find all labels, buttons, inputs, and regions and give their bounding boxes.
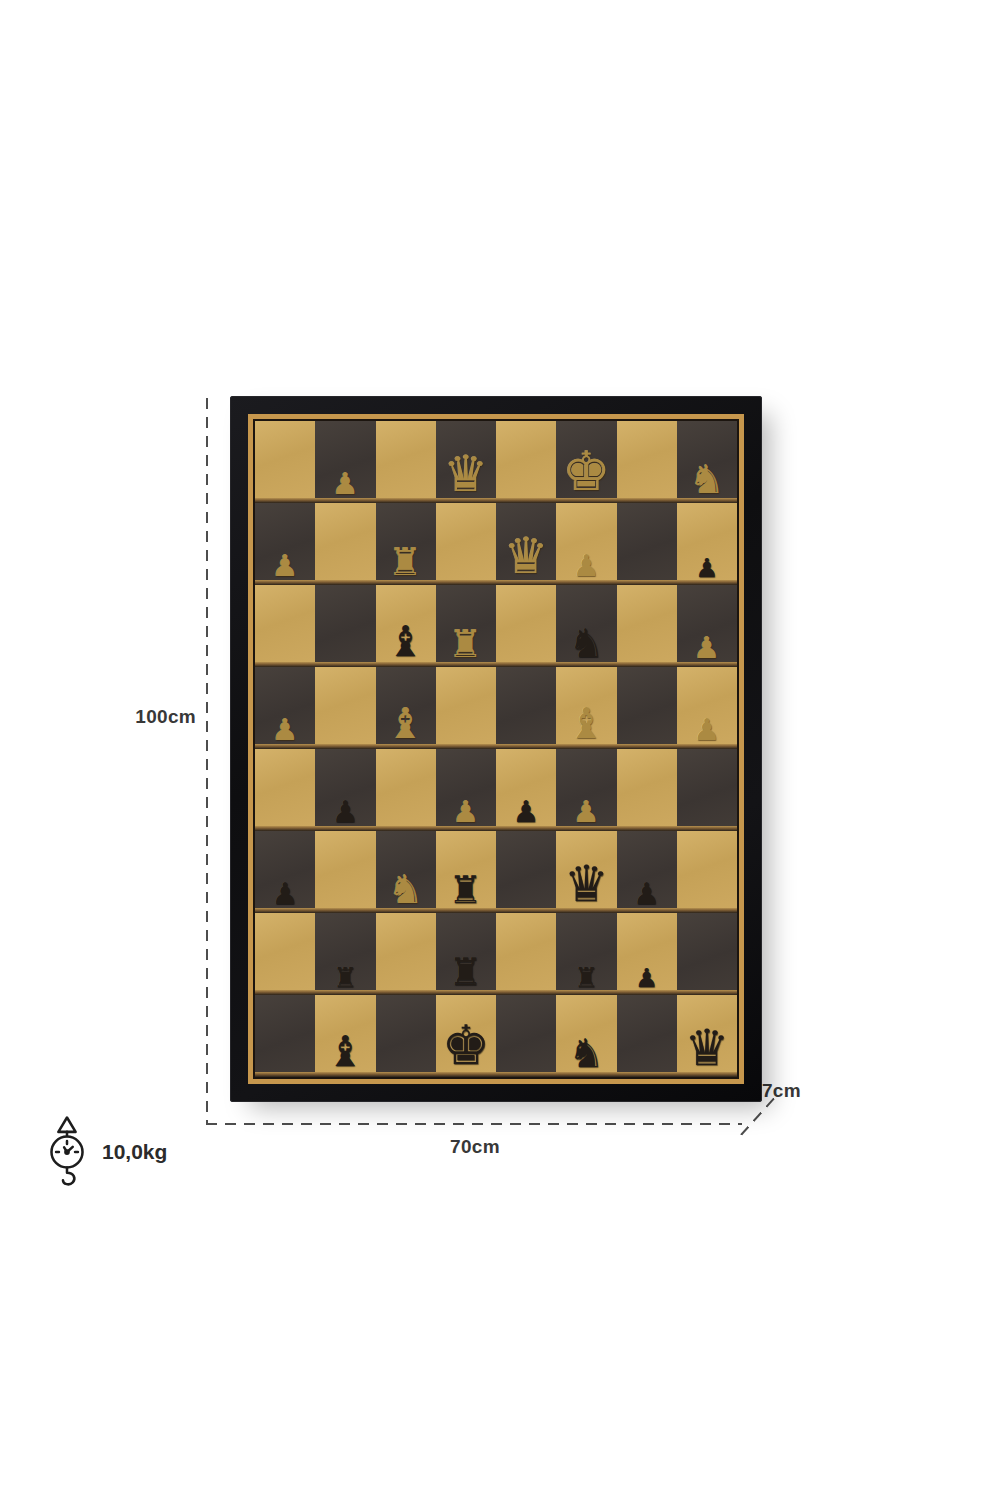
square-r4c6: ♝ [556, 667, 616, 749]
square-r8c3 [376, 995, 436, 1077]
square-r7c4: ♜ [436, 913, 496, 995]
black-rook: ♜ [574, 964, 598, 991]
gold-bishop: ♝ [387, 703, 425, 745]
square-r3c1 [255, 585, 315, 667]
gold-bishop: ♝ [568, 703, 606, 745]
square-r3c3: ♝ [376, 585, 436, 667]
black-bishop: ♝ [387, 621, 425, 663]
square-r6c2 [315, 831, 375, 913]
square-r1c1 [255, 421, 315, 503]
square-r4c7 [617, 667, 677, 749]
square-r1c5 [496, 421, 556, 503]
square-r5c6: ♟ [556, 749, 616, 831]
gold-pawn: ♟ [693, 633, 720, 663]
square-r8c6: ♞ [556, 995, 616, 1077]
gold-pawn: ♟ [332, 469, 359, 499]
black-pawn: ♟ [272, 879, 299, 909]
black-knight: ♞ [568, 623, 604, 663]
square-r5c8 [677, 749, 737, 831]
square-r1c6: ♚ [556, 421, 616, 503]
square-r4c4 [436, 667, 496, 749]
black-pawn: ♟ [695, 555, 718, 581]
square-r2c4 [436, 503, 496, 585]
square-r5c5: ♟ [496, 749, 556, 831]
square-r6c4: ♜ [436, 831, 496, 913]
black-queen: ♛ [564, 859, 609, 909]
gold-pawn: ♟ [573, 551, 600, 581]
square-r1c4: ♛ [436, 421, 496, 503]
black-rook: ♜ [449, 953, 483, 991]
square-r5c4: ♟ [436, 749, 496, 831]
square-r8c1 [255, 995, 315, 1077]
gold-queen: ♛ [504, 531, 549, 581]
square-r8c7 [617, 995, 677, 1077]
chess-board: ♟♛♚♞♟♜♛♟♟♝♜♞♟♟♝♝♟♟♟♟♟♟♞♜♛♟♜♜♜♟♝♚♞♛ [255, 421, 737, 1077]
square-r1c7 [617, 421, 677, 503]
black-bishop: ♝ [327, 1031, 365, 1073]
black-rook: ♜ [333, 964, 357, 991]
weight-label: 10,0kg [102, 1140, 167, 1164]
square-r7c7: ♟ [617, 913, 677, 995]
square-r3c4: ♜ [436, 585, 496, 667]
black-knight: ♞ [568, 1033, 604, 1073]
square-r6c3: ♞ [376, 831, 436, 913]
gold-pawn: ♟ [272, 551, 299, 581]
depth-label: 7cm [762, 1080, 832, 1102]
chess-board-gold-trim: ♟♛♚♞♟♜♛♟♟♝♜♞♟♟♝♝♟♟♟♟♟♟♞♜♛♟♜♜♜♟♝♚♞♛ [248, 414, 744, 1084]
square-r3c6: ♞ [556, 585, 616, 667]
square-r8c8: ♛ [677, 995, 737, 1077]
gold-pawn: ♟ [272, 715, 299, 745]
square-r3c5 [496, 585, 556, 667]
chess-board-frame: ♟♛♚♞♟♜♛♟♟♝♜♞♟♟♝♝♟♟♟♟♟♟♞♜♛♟♜♜♜♟♝♚♞♛ [230, 396, 762, 1102]
weight-spec: 10,0kg [44, 1114, 167, 1190]
square-r5c3 [376, 749, 436, 831]
square-r3c8: ♟ [677, 585, 737, 667]
height-label: 100cm [96, 706, 196, 728]
black-king: ♚ [442, 1019, 490, 1073]
square-r1c2: ♟ [315, 421, 375, 503]
square-r7c1 [255, 913, 315, 995]
width-label: 70cm [397, 1136, 553, 1158]
square-r8c2: ♝ [315, 995, 375, 1077]
gold-rook: ♜ [389, 543, 423, 581]
square-r4c8: ♟ [677, 667, 737, 749]
hanging-scale-icon [44, 1114, 90, 1190]
square-r2c1: ♟ [255, 503, 315, 585]
square-r5c7 [617, 749, 677, 831]
black-pawn: ♟ [332, 797, 359, 827]
gold-pawn: ♟ [573, 797, 600, 827]
square-r8c4: ♚ [436, 995, 496, 1077]
square-r4c1: ♟ [255, 667, 315, 749]
square-r7c2: ♜ [315, 913, 375, 995]
square-r7c6: ♜ [556, 913, 616, 995]
gold-pawn: ♟ [693, 715, 720, 745]
square-r2c8: ♟ [677, 503, 737, 585]
square-r6c7: ♟ [617, 831, 677, 913]
black-pawn: ♟ [635, 965, 658, 991]
depth-dimension-line [740, 1097, 775, 1135]
gold-rook: ♜ [449, 625, 483, 663]
square-r7c3 [376, 913, 436, 995]
gold-king: ♚ [562, 445, 610, 499]
square-r2c3: ♜ [376, 503, 436, 585]
square-r3c2 [315, 585, 375, 667]
gold-queen: ♛ [443, 449, 488, 499]
square-r5c2: ♟ [315, 749, 375, 831]
square-r1c3 [376, 421, 436, 503]
height-dimension-line [206, 398, 208, 1125]
gold-knight: ♞ [689, 459, 725, 499]
square-r4c5 [496, 667, 556, 749]
square-r1c8: ♞ [677, 421, 737, 503]
gold-pawn: ♟ [452, 797, 479, 827]
square-r5c1 [255, 749, 315, 831]
square-r2c7 [617, 503, 677, 585]
square-r7c5 [496, 913, 556, 995]
black-pawn: ♟ [633, 879, 660, 909]
square-r6c8 [677, 831, 737, 913]
square-r6c6: ♛ [556, 831, 616, 913]
square-r4c3: ♝ [376, 667, 436, 749]
square-r3c7 [617, 585, 677, 667]
square-r2c5: ♛ [496, 503, 556, 585]
square-r7c8 [677, 913, 737, 995]
black-rook: ♜ [449, 871, 483, 909]
black-pawn: ♟ [513, 797, 540, 827]
square-r4c2 [315, 667, 375, 749]
square-r6c5 [496, 831, 556, 913]
square-r8c5 [496, 995, 556, 1077]
square-r2c2 [315, 503, 375, 585]
square-r6c1: ♟ [255, 831, 315, 913]
gold-knight: ♞ [388, 869, 424, 909]
square-r2c6: ♟ [556, 503, 616, 585]
width-dimension-line [206, 1123, 742, 1125]
black-queen: ♛ [684, 1023, 729, 1073]
product-photo: 100cm 70cm 7cm 10,0kg ♟♛♚♞♟♜♛♟♟♝♜♞♟♟♝♝♟♟… [0, 0, 1000, 1500]
